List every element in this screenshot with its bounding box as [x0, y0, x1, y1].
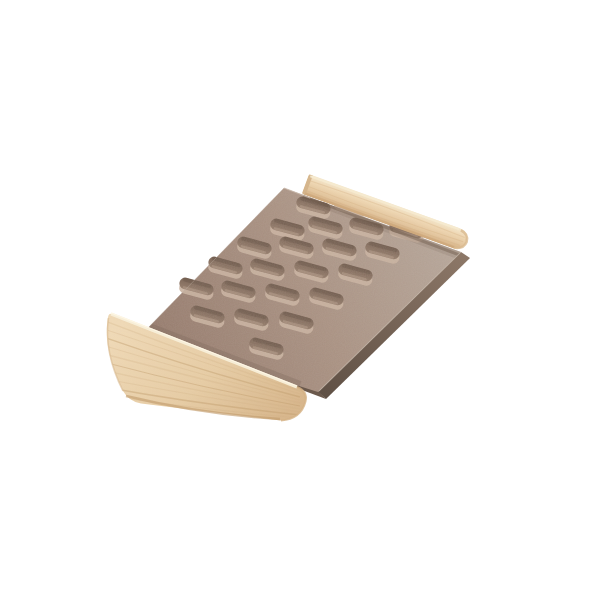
product-photo-canvas	[0, 0, 600, 600]
ring-display-stand-illustration	[0, 0, 600, 600]
